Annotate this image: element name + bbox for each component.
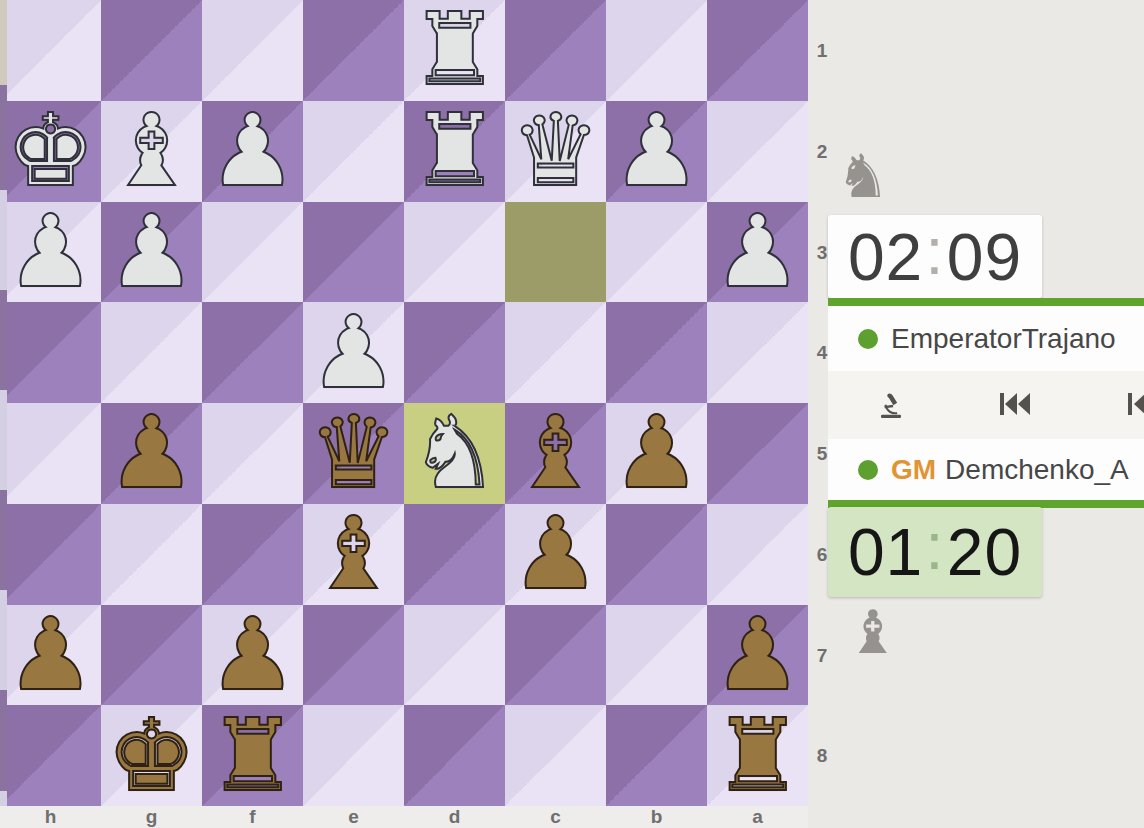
- file-label-e: e: [303, 806, 404, 828]
- rank-label-2: 2: [810, 141, 834, 163]
- square-c3[interactable]: [505, 202, 606, 303]
- file-label-f: f: [202, 806, 303, 828]
- square-d4[interactable]: [404, 302, 505, 403]
- square-a3[interactable]: ♟: [707, 202, 808, 303]
- square-h1[interactable]: [0, 0, 101, 101]
- square-h7[interactable]: ♟: [0, 605, 101, 706]
- black-bishop[interactable]: ♝: [511, 403, 601, 503]
- square-d3[interactable]: [404, 202, 505, 303]
- game-toolbar: [828, 371, 1144, 440]
- black-pawn[interactable]: ♟: [6, 605, 96, 705]
- rank-label-7: 7: [810, 645, 834, 667]
- black-pawn[interactable]: ♟: [107, 403, 197, 503]
- square-c5[interactable]: ♝: [505, 403, 606, 504]
- white-rook[interactable]: ♜: [410, 0, 500, 100]
- file-label-h: h: [0, 806, 101, 828]
- square-d1[interactable]: ♜: [404, 0, 505, 101]
- square-b3[interactable]: [606, 202, 707, 303]
- white-rook[interactable]: ♜: [410, 101, 500, 201]
- clock-colon: :: [925, 508, 944, 584]
- skip-to-start-icon[interactable]: [1000, 393, 1030, 415]
- square-c1[interactable]: [505, 0, 606, 101]
- step-back-icon[interactable]: [1128, 393, 1144, 415]
- square-g5[interactable]: ♟: [101, 403, 202, 504]
- black-king[interactable]: ♚: [107, 706, 197, 806]
- black-pawn[interactable]: ♟: [713, 605, 803, 705]
- file-label-a: a: [707, 806, 808, 828]
- file-label-d: d: [404, 806, 505, 828]
- black-queen[interactable]: ♛: [309, 403, 399, 503]
- square-c7[interactable]: [505, 605, 606, 706]
- top-player-name[interactable]: EmperatorTrajano: [891, 323, 1116, 355]
- file-label-g: g: [101, 806, 202, 828]
- accent-bar-top: [828, 298, 1144, 306]
- captured-knight-icon: ♞: [836, 146, 890, 206]
- black-rook[interactable]: ♜: [713, 706, 803, 806]
- white-pawn[interactable]: ♟: [6, 202, 96, 302]
- square-a1[interactable]: [707, 0, 808, 101]
- square-b2[interactable]: ♟: [606, 101, 707, 202]
- square-g2[interactable]: ♝: [101, 101, 202, 202]
- side-panel: 12345678 ♞ 02:09 EmperatorTrajano: [808, 0, 1144, 828]
- file-coordinates: hgfedcba: [0, 806, 808, 828]
- square-f6[interactable]: [202, 504, 303, 605]
- square-e2[interactable]: [303, 101, 404, 202]
- online-indicator: [858, 329, 878, 349]
- square-d6[interactable]: [404, 504, 505, 605]
- white-knight[interactable]: ♞: [410, 403, 500, 503]
- square-f8[interactable]: ♜: [202, 705, 303, 806]
- analysis-microscope-icon[interactable]: [878, 393, 904, 419]
- square-f7[interactable]: ♟: [202, 605, 303, 706]
- square-c4[interactable]: [505, 302, 606, 403]
- square-a4[interactable]: [707, 302, 808, 403]
- square-d2[interactable]: ♜: [404, 101, 505, 202]
- black-rook[interactable]: ♜: [208, 706, 298, 806]
- square-g4[interactable]: [101, 302, 202, 403]
- gm-title-badge: GM: [891, 454, 936, 486]
- rank-label-8: 8: [810, 745, 834, 767]
- square-e6[interactable]: ♝: [303, 504, 404, 605]
- square-h2[interactable]: ♚: [0, 101, 101, 202]
- white-pawn[interactable]: ♟: [713, 202, 803, 302]
- square-f5[interactable]: [202, 403, 303, 504]
- square-g1[interactable]: [101, 0, 202, 101]
- square-f1[interactable]: [202, 0, 303, 101]
- square-g7[interactable]: [101, 605, 202, 706]
- square-e4[interactable]: ♟: [303, 302, 404, 403]
- square-e7[interactable]: [303, 605, 404, 706]
- square-b5[interactable]: ♟: [606, 403, 707, 504]
- square-f3[interactable]: [202, 202, 303, 303]
- clock-seconds: 20: [947, 514, 1022, 590]
- square-c8[interactable]: [505, 705, 606, 806]
- white-pawn[interactable]: ♟: [107, 202, 197, 302]
- white-king[interactable]: ♚: [6, 101, 96, 201]
- square-f4[interactable]: [202, 302, 303, 403]
- square-a8[interactable]: ♜: [707, 705, 808, 806]
- file-label-c: c: [505, 806, 606, 828]
- clock-seconds: 09: [947, 219, 1022, 295]
- white-pawn[interactable]: ♟: [309, 303, 399, 403]
- page-edge-sliver: [0, 0, 7, 806]
- square-h3[interactable]: ♟: [0, 202, 101, 303]
- square-e8[interactable]: [303, 705, 404, 806]
- clock-minutes: 02: [848, 219, 923, 295]
- square-d8[interactable]: [404, 705, 505, 806]
- square-b4[interactable]: [606, 302, 707, 403]
- file-label-b: b: [606, 806, 707, 828]
- online-indicator: [858, 460, 878, 480]
- square-a2[interactable]: [707, 101, 808, 202]
- square-a7[interactable]: ♟: [707, 605, 808, 706]
- square-h4[interactable]: [0, 302, 101, 403]
- square-h5[interactable]: [0, 403, 101, 504]
- square-e1[interactable]: [303, 0, 404, 101]
- square-b8[interactable]: [606, 705, 707, 806]
- square-c2[interactable]: ♛: [505, 101, 606, 202]
- white-queen[interactable]: ♛: [511, 101, 601, 201]
- square-d5[interactable]: ♞: [404, 403, 505, 504]
- square-e5[interactable]: ♛: [303, 403, 404, 504]
- bottom-player-name[interactable]: Demchenko_A: [945, 454, 1129, 486]
- black-pawn[interactable]: ♟: [208, 605, 298, 705]
- bottom-player-row[interactable]: GM Demchenko_A: [828, 439, 1144, 500]
- black-pawn[interactable]: ♟: [612, 403, 702, 503]
- rank-label-1: 1: [810, 40, 834, 62]
- black-bishop[interactable]: ♝: [309, 504, 399, 604]
- square-g3[interactable]: ♟: [101, 202, 202, 303]
- square-a5[interactable]: [707, 403, 808, 504]
- captured-bishop-icon: ♝: [846, 602, 900, 662]
- black-pawn[interactable]: ♟: [511, 504, 601, 604]
- top-player-row[interactable]: EmperatorTrajano: [828, 306, 1144, 371]
- square-h6[interactable]: [0, 504, 101, 605]
- square-f2[interactable]: ♟: [202, 101, 303, 202]
- bottom-player-clock: 01:20: [828, 507, 1042, 597]
- white-pawn[interactable]: ♟: [612, 101, 702, 201]
- square-c6[interactable]: ♟: [505, 504, 606, 605]
- clock-colon: :: [925, 213, 944, 289]
- square-d7[interactable]: [404, 605, 505, 706]
- square-b6[interactable]: [606, 504, 707, 605]
- square-h8[interactable]: [0, 705, 101, 806]
- square-e3[interactable]: [303, 202, 404, 303]
- chess-board[interactable]: ♜♚♝♟♜♛♟♟♟♟♟♟♛♞♝♟♝♟♟♟♟♚♜♜: [0, 0, 808, 806]
- square-a6[interactable]: [707, 504, 808, 605]
- white-bishop[interactable]: ♝: [107, 101, 197, 201]
- white-pawn[interactable]: ♟: [208, 101, 298, 201]
- square-b1[interactable]: [606, 0, 707, 101]
- game-screen: ♜♚♝♟♜♛♟♟♟♟♟♟♛♞♝♟♝♟♟♟♟♚♜♜ hgfedcba 123456…: [0, 0, 1144, 828]
- square-g6[interactable]: [101, 504, 202, 605]
- square-g8[interactable]: ♚: [101, 705, 202, 806]
- square-b7[interactable]: [606, 605, 707, 706]
- top-player-clock: 02:09: [828, 215, 1042, 298]
- clock-minutes: 01: [848, 514, 923, 590]
